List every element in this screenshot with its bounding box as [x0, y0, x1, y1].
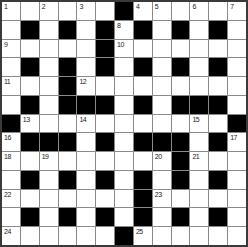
clue-number-16: 16	[4, 133, 11, 142]
crossword-grid: 1234567891011121314151617181920212223242…	[0, 0, 248, 247]
cell-r11c4[interactable]	[59, 190, 77, 208]
black-cell-r2c12	[209, 21, 227, 39]
cell-r3c10[interactable]	[172, 40, 190, 58]
black-cell-r6c11	[190, 96, 208, 114]
cell-r9c11[interactable]: 21	[190, 152, 208, 170]
cell-r9c12[interactable]	[209, 152, 227, 170]
cell-r13c13[interactable]	[228, 227, 246, 245]
cell-r11c9[interactable]: 23	[153, 190, 171, 208]
cell-r12c7[interactable]	[115, 208, 133, 226]
cell-r5c13[interactable]	[228, 77, 246, 95]
cell-r13c6[interactable]	[96, 227, 114, 245]
cell-r3c1[interactable]: 9	[2, 40, 20, 58]
clue-number-1: 1	[4, 2, 7, 11]
cell-r3c4[interactable]	[59, 40, 77, 58]
cell-r1c3[interactable]: 2	[40, 2, 58, 20]
cell-r4c3[interactable]	[40, 58, 58, 76]
cell-r12c3[interactable]	[40, 208, 58, 226]
cell-r7c12[interactable]	[209, 115, 227, 133]
cell-r11c5[interactable]	[77, 190, 95, 208]
clue-number-13: 13	[23, 115, 30, 124]
black-cell-r10c10	[172, 171, 190, 189]
cell-r4c9[interactable]	[153, 58, 171, 76]
cell-r2c11[interactable]	[190, 21, 208, 39]
black-cell-r2c8	[134, 21, 152, 39]
cell-r7c5[interactable]: 14	[77, 115, 95, 133]
cell-r13c8[interactable]: 25	[134, 227, 152, 245]
black-cell-r8c4	[59, 133, 77, 151]
black-cell-r12c8	[134, 208, 152, 226]
black-cell-r6c4	[59, 96, 77, 114]
cell-r13c4[interactable]	[59, 227, 77, 245]
cell-r8c11[interactable]	[190, 133, 208, 151]
black-cell-r11c8	[134, 190, 152, 208]
clue-number-10: 10	[117, 40, 124, 49]
cell-r13c12[interactable]	[209, 227, 227, 245]
cell-r6c1[interactable]	[2, 96, 20, 114]
cell-r13c11[interactable]	[190, 227, 208, 245]
black-cell-r6c5	[77, 96, 95, 114]
cell-r7c3[interactable]	[40, 115, 58, 133]
cell-r12c9[interactable]	[153, 208, 171, 226]
cell-r7c8[interactable]	[134, 115, 152, 133]
black-cell-r6c6	[96, 96, 114, 114]
cell-r2c9[interactable]	[153, 21, 171, 39]
clue-number-3: 3	[79, 2, 82, 11]
clue-number-9: 9	[4, 40, 7, 49]
cell-r1c12[interactable]	[209, 2, 227, 20]
cell-r2c7[interactable]: 8	[115, 21, 133, 39]
black-cell-r2c6	[96, 21, 114, 39]
black-cell-r12c6	[96, 208, 114, 226]
black-cell-r8c9	[153, 133, 171, 151]
black-cell-r4c12	[209, 58, 227, 76]
cell-r10c1[interactable]	[2, 171, 20, 189]
black-cell-r8c2	[21, 133, 39, 151]
cell-r5c11[interactable]	[190, 77, 208, 95]
cell-r2c3[interactable]	[40, 21, 58, 39]
black-cell-r8c10	[172, 133, 190, 151]
black-cell-r5c4	[59, 77, 77, 95]
clue-number-6: 6	[192, 2, 195, 11]
black-cell-r8c6	[96, 133, 114, 151]
cell-r10c9[interactable]	[153, 171, 171, 189]
cell-r5c2[interactable]	[21, 77, 39, 95]
black-cell-r6c10	[172, 96, 190, 114]
black-cell-r4c6	[96, 58, 114, 76]
cell-r3c3[interactable]	[40, 40, 58, 58]
cell-r3c2[interactable]	[21, 40, 39, 58]
cell-r9c4[interactable]	[59, 152, 77, 170]
cell-r12c5[interactable]	[77, 208, 95, 226]
cell-r5c6[interactable]	[96, 77, 114, 95]
clue-number-21: 21	[192, 152, 199, 161]
cell-r3c11[interactable]	[190, 40, 208, 58]
cell-r1c10[interactable]	[172, 2, 190, 20]
cell-r5c8[interactable]	[134, 77, 152, 95]
cell-r1c1[interactable]: 1	[2, 2, 20, 20]
black-cell-r8c12	[209, 133, 227, 151]
cell-r1c2[interactable]	[21, 2, 39, 20]
clue-number-8: 8	[117, 21, 120, 30]
cell-r8c5[interactable]	[77, 133, 95, 151]
cell-r7c2[interactable]: 13	[21, 115, 39, 133]
black-cell-r12c4	[59, 208, 77, 226]
cell-r11c10[interactable]	[172, 190, 190, 208]
cell-r4c5[interactable]	[77, 58, 95, 76]
black-cell-r3c6	[96, 40, 114, 58]
cell-r9c8[interactable]	[134, 152, 152, 170]
black-cell-r2c4	[59, 21, 77, 39]
black-cell-r2c2	[21, 21, 39, 39]
cell-r1c9[interactable]: 5	[153, 2, 171, 20]
cell-r3c13[interactable]	[228, 40, 246, 58]
black-cell-r12c12	[209, 208, 227, 226]
black-cell-r4c8	[134, 58, 152, 76]
cell-r1c6[interactable]	[96, 2, 114, 20]
cell-r11c2[interactable]	[21, 190, 39, 208]
black-cell-r6c12	[209, 96, 227, 114]
cell-r7c6[interactable]	[96, 115, 114, 133]
clue-number-15: 15	[192, 115, 199, 124]
cell-r6c7[interactable]	[115, 96, 133, 114]
clue-number-18: 18	[4, 152, 11, 161]
cell-r5c12[interactable]	[209, 77, 227, 95]
cell-r5c5[interactable]: 12	[77, 77, 95, 95]
cell-r13c2[interactable]	[21, 227, 39, 245]
crossword-puzzle: 1234567891011121314151617181920212223242…	[0, 0, 248, 247]
cell-r6c13[interactable]	[228, 96, 246, 114]
cell-r9c7[interactable]	[115, 152, 133, 170]
clue-number-2: 2	[42, 2, 45, 11]
cell-r11c11[interactable]	[190, 190, 208, 208]
cell-r8c1[interactable]: 16	[2, 133, 20, 151]
black-cell-r10c4	[59, 171, 77, 189]
clue-number-17: 17	[230, 133, 237, 142]
cell-r2c13[interactable]	[228, 21, 246, 39]
clue-number-22: 22	[4, 190, 11, 199]
cell-r11c6[interactable]	[96, 190, 114, 208]
cell-r2c5[interactable]	[77, 21, 95, 39]
cell-r4c7[interactable]	[115, 58, 133, 76]
cell-r5c9[interactable]	[153, 77, 171, 95]
cell-r1c8[interactable]: 4	[134, 2, 152, 20]
cell-r1c13[interactable]: 7	[228, 2, 246, 20]
clue-number-14: 14	[79, 115, 86, 124]
cell-r2c1[interactable]	[2, 21, 20, 39]
clue-number-25: 25	[136, 227, 143, 236]
cell-r13c10[interactable]	[172, 227, 190, 245]
cell-r9c3[interactable]: 19	[40, 152, 58, 170]
clue-number-24: 24	[4, 227, 11, 236]
black-cell-r6c8	[134, 96, 152, 114]
cell-r7c7[interactable]	[115, 115, 133, 133]
clue-number-4: 4	[136, 2, 139, 11]
cell-r10c7[interactable]	[115, 171, 133, 189]
cell-r8c13[interactable]: 17	[228, 133, 246, 151]
cell-r9c13[interactable]	[228, 152, 246, 170]
cell-r5c10[interactable]	[172, 77, 190, 95]
black-cell-r10c6	[96, 171, 114, 189]
clue-number-19: 19	[42, 152, 49, 161]
black-cell-r8c3	[40, 133, 58, 151]
black-cell-r10c8	[134, 171, 152, 189]
cell-r10c11[interactable]	[190, 171, 208, 189]
black-cell-r7c1	[2, 115, 20, 133]
cell-r3c5[interactable]	[77, 40, 95, 58]
cell-r12c11[interactable]	[190, 208, 208, 226]
black-cell-r10c12	[209, 171, 227, 189]
cell-r13c1[interactable]: 24	[2, 227, 20, 245]
cell-r11c7[interactable]	[115, 190, 133, 208]
cell-r9c1[interactable]: 18	[2, 152, 20, 170]
clue-number-12: 12	[79, 77, 86, 86]
cell-r1c4[interactable]	[59, 2, 77, 20]
black-cell-r4c4	[59, 58, 77, 76]
clue-number-5: 5	[155, 2, 158, 11]
cell-r7c11[interactable]: 15	[190, 115, 208, 133]
cell-r5c3[interactable]	[40, 77, 58, 95]
black-cell-r12c10	[172, 208, 190, 226]
black-cell-r4c10	[172, 58, 190, 76]
cell-r6c3[interactable]	[40, 96, 58, 114]
cell-r12c13[interactable]	[228, 208, 246, 226]
cell-r9c9[interactable]: 20	[153, 152, 171, 170]
black-cell-r7c13	[228, 115, 246, 133]
cell-r13c5[interactable]	[77, 227, 95, 245]
clue-number-20: 20	[155, 152, 162, 161]
cell-r13c9[interactable]	[153, 227, 171, 245]
cell-r3c9[interactable]	[153, 40, 171, 58]
cell-r3c8[interactable]	[134, 40, 152, 58]
black-cell-r2c10	[172, 21, 190, 39]
cell-r1c5[interactable]: 3	[77, 2, 95, 20]
black-cell-r12c2	[21, 208, 39, 226]
cell-r11c1[interactable]: 22	[2, 190, 20, 208]
cell-r10c3[interactable]	[40, 171, 58, 189]
cell-r9c6[interactable]	[96, 152, 114, 170]
cell-r5c1[interactable]: 11	[2, 77, 20, 95]
cell-r4c1[interactable]	[2, 58, 20, 76]
cell-r4c11[interactable]	[190, 58, 208, 76]
cell-r7c10[interactable]	[172, 115, 190, 133]
cell-r7c9[interactable]	[153, 115, 171, 133]
black-cell-r6c2	[21, 96, 39, 114]
cell-r10c13[interactable]	[228, 171, 246, 189]
cell-r13c3[interactable]	[40, 227, 58, 245]
black-cell-r4c2	[21, 58, 39, 76]
cell-r9c2[interactable]	[21, 152, 39, 170]
clue-number-11: 11	[4, 77, 10, 86]
cell-r11c12[interactable]	[209, 190, 227, 208]
cell-r6c9[interactable]	[153, 96, 171, 114]
cell-r4c13[interactable]	[228, 58, 246, 76]
cell-r12c1[interactable]	[2, 208, 20, 226]
black-cell-r1c7	[115, 2, 133, 20]
cell-r9c5[interactable]	[77, 152, 95, 170]
cell-r7c4[interactable]	[59, 115, 77, 133]
black-cell-r8c8	[134, 133, 152, 151]
cell-r1c11[interactable]: 6	[190, 2, 208, 20]
cell-r11c13[interactable]	[228, 190, 246, 208]
clue-number-23: 23	[155, 190, 162, 199]
black-cell-r10c2	[21, 171, 39, 189]
clue-number-7: 7	[230, 2, 233, 11]
cell-r8c7[interactable]	[115, 133, 133, 151]
cell-r11c3[interactable]	[40, 190, 58, 208]
cell-r3c7[interactable]: 10	[115, 40, 133, 58]
cell-r5c7[interactable]	[115, 77, 133, 95]
cell-r10c5[interactable]	[77, 171, 95, 189]
black-cell-r13c7	[115, 227, 133, 245]
black-cell-r9c10	[172, 152, 190, 170]
cell-r3c12[interactable]	[209, 40, 227, 58]
